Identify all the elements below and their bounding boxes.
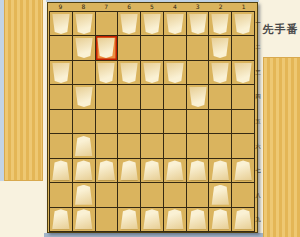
- file-label: 3: [186, 3, 209, 11]
- piece-gote-桂馬-81[interactable]: 桂馬: [75, 14, 93, 34]
- page: { "game": "shogi", "status": { "turn_lab…: [0, 0, 300, 237]
- square-9-5[interactable]: [50, 110, 72, 133]
- square-6-6[interactable]: [118, 134, 140, 157]
- piece-kanji: 王将: [147, 14, 156, 15]
- square-3-6[interactable]: [187, 134, 209, 157]
- square-9-6[interactable]: [50, 134, 72, 157]
- piece-sente-歩兵-57[interactable]: 歩兵: [143, 160, 161, 180]
- piece-sente-歩兵-97[interactable]: 歩兵: [52, 160, 70, 180]
- piece-gote-歩兵-23[interactable]: 歩兵: [211, 63, 229, 83]
- piece-kanji: 歩兵: [147, 179, 156, 180]
- piece-kanji: 桂馬: [216, 228, 225, 229]
- piece-sente-歩兵-27[interactable]: 歩兵: [211, 160, 229, 180]
- piece-sente-銀将-39[interactable]: 銀将: [189, 209, 207, 229]
- square-4-3[interactable]: 歩兵: [164, 61, 186, 84]
- square-1-6[interactable]: [232, 134, 254, 157]
- rank-label: 一: [254, 11, 262, 36]
- piece-kanji: 歩兵: [216, 179, 225, 180]
- square-3-4[interactable]: 歩兵: [187, 85, 209, 108]
- piece-kanji: 銀将: [79, 179, 88, 180]
- square-3-3[interactable]: [187, 61, 209, 84]
- piece-sente-飛車-28[interactable]: 飛車: [211, 185, 229, 205]
- square-8-5[interactable]: [73, 110, 95, 133]
- square-8-1[interactable]: 桂馬: [73, 12, 95, 35]
- piece-kanji: 歩兵: [125, 63, 134, 64]
- square-2-4[interactable]: [209, 85, 231, 108]
- piece-gote-歩兵-93[interactable]: 歩兵: [52, 63, 70, 83]
- square-1-9[interactable]: 香車: [232, 208, 254, 231]
- square-7-9[interactable]: [96, 208, 118, 231]
- piece-gote-銀将-72[interactable]: 銀将: [97, 38, 115, 58]
- piece-gote-歩兵-63[interactable]: 歩兵: [120, 63, 138, 83]
- square-3-8[interactable]: [187, 183, 209, 206]
- piece-sente-香車-99[interactable]: 香車: [52, 209, 70, 229]
- piece-gote-歩兵-73[interactable]: 歩兵: [97, 63, 115, 83]
- square-1-5[interactable]: [232, 110, 254, 133]
- square-7-1[interactable]: [96, 12, 118, 35]
- piece-sente-桂馬-29[interactable]: 桂馬: [211, 209, 229, 229]
- square-2-9[interactable]: 桂馬: [209, 208, 231, 231]
- piece-gote-香車-11[interactable]: 香車: [234, 14, 252, 34]
- square-5-8[interactable]: [141, 183, 163, 206]
- square-1-4[interactable]: [232, 85, 254, 108]
- square-2-1[interactable]: 桂馬: [209, 12, 231, 35]
- rank-label: 三: [254, 60, 262, 85]
- piece-kanji: 歩兵: [79, 155, 88, 156]
- square-4-1[interactable]: 金将: [164, 12, 186, 35]
- square-9-8[interactable]: [50, 183, 72, 206]
- square-4-4[interactable]: [164, 85, 186, 108]
- rank-labels: 一二三四五六七八九: [254, 11, 262, 232]
- piece-kanji: 歩兵: [239, 63, 248, 64]
- square-6-1[interactable]: 金将: [118, 12, 140, 35]
- piece-kanji: 銀将: [193, 14, 202, 15]
- square-6-4[interactable]: [118, 85, 140, 108]
- piece-sente-角行-88[interactable]: 角行: [75, 185, 93, 205]
- piece-sente-玉将-59[interactable]: 玉将: [143, 209, 161, 229]
- square-4-6[interactable]: [164, 134, 186, 157]
- shogi-board: 987654321 一二三四五六七八九 香車桂馬金将王将金将銀将桂馬香車飛車銀将…: [47, 2, 258, 233]
- square-4-5[interactable]: [164, 110, 186, 133]
- board-grid: 香車桂馬金将王将金将銀将桂馬香車飛車銀将角行歩兵歩兵歩兵歩兵歩兵歩兵歩兵歩兵歩兵…: [49, 11, 255, 232]
- piece-kanji: 歩兵: [125, 179, 134, 180]
- piece-kanji: 玉将: [147, 228, 156, 229]
- piece-kanji: 角行: [79, 204, 88, 205]
- piece-kanji: 歩兵: [102, 63, 111, 64]
- square-1-8[interactable]: [232, 183, 254, 206]
- square-9-4[interactable]: [50, 85, 72, 108]
- piece-kanji: 飛車: [79, 38, 88, 39]
- piece-kanji: 金将: [125, 228, 134, 229]
- square-8-7[interactable]: 銀将: [73, 159, 95, 182]
- square-5-1[interactable]: 王将: [141, 12, 163, 35]
- piece-sente-金将-69[interactable]: 金将: [120, 209, 138, 229]
- piece-gote-歩兵-53[interactable]: 歩兵: [143, 63, 161, 83]
- piece-kanji: 銀将: [102, 38, 111, 39]
- square-2-2[interactable]: 角行: [209, 36, 231, 59]
- file-label: 2: [209, 3, 232, 11]
- piece-kanji: 歩兵: [147, 63, 156, 64]
- rank-label: 五: [254, 109, 262, 134]
- file-label: 1: [232, 3, 255, 11]
- square-1-2[interactable]: [232, 36, 254, 59]
- square-1-7[interactable]: 歩兵: [232, 159, 254, 182]
- sente-piece-stand: [263, 57, 300, 237]
- piece-kanji: 歩兵: [56, 179, 65, 180]
- file-label: 8: [72, 3, 95, 11]
- piece-sente-桂馬-89[interactable]: 桂馬: [75, 209, 93, 229]
- piece-sente-歩兵-86[interactable]: 歩兵: [75, 136, 93, 156]
- square-8-6[interactable]: 歩兵: [73, 134, 95, 157]
- piece-kanji: 歩兵: [102, 179, 111, 180]
- square-6-7[interactable]: 歩兵: [118, 159, 140, 182]
- piece-sente-香車-19[interactable]: 香車: [234, 209, 252, 229]
- piece-kanji: 桂馬: [79, 228, 88, 229]
- rank-label: 二: [254, 36, 262, 61]
- piece-gote-香車-91[interactable]: 香車: [52, 14, 70, 34]
- square-5-6[interactable]: [141, 134, 163, 157]
- square-9-2[interactable]: [50, 36, 72, 59]
- piece-kanji: 香車: [239, 228, 248, 229]
- piece-kanji: 角行: [216, 38, 225, 39]
- piece-sente-銀将-87[interactable]: 銀将: [75, 160, 93, 180]
- piece-gote-桂馬-21[interactable]: 桂馬: [211, 14, 229, 34]
- square-2-6[interactable]: [209, 134, 231, 157]
- square-3-1[interactable]: 銀将: [187, 12, 209, 35]
- piece-gote-金将-61[interactable]: 金将: [120, 14, 138, 34]
- square-2-7[interactable]: 歩兵: [209, 159, 231, 182]
- rank-label: 六: [254, 134, 262, 159]
- square-8-2[interactable]: 飛車: [73, 36, 95, 59]
- square-4-9[interactable]: 金将: [164, 208, 186, 231]
- square-8-3[interactable]: [73, 61, 95, 84]
- square-4-8[interactable]: [164, 183, 186, 206]
- piece-gote-歩兵-43[interactable]: 歩兵: [166, 63, 184, 83]
- square-8-8[interactable]: 角行: [73, 183, 95, 206]
- piece-kanji: 飛車: [216, 204, 225, 205]
- square-9-1[interactable]: 香車: [50, 12, 72, 35]
- piece-sente-歩兵-17[interactable]: 歩兵: [234, 160, 252, 180]
- rank-label: 九: [254, 207, 262, 232]
- square-8-4[interactable]: 歩兵: [73, 85, 95, 108]
- piece-sente-歩兵-47[interactable]: 歩兵: [166, 160, 184, 180]
- square-3-7[interactable]: 歩兵: [187, 159, 209, 182]
- square-4-7[interactable]: 歩兵: [164, 159, 186, 182]
- square-6-8[interactable]: [118, 183, 140, 206]
- square-7-6[interactable]: [96, 134, 118, 157]
- piece-kanji: 桂馬: [216, 14, 225, 15]
- square-3-5[interactable]: [187, 110, 209, 133]
- square-6-3[interactable]: 歩兵: [118, 61, 140, 84]
- square-3-9[interactable]: 銀将: [187, 208, 209, 231]
- file-label: 9: [49, 3, 72, 11]
- square-5-9[interactable]: 玉将: [141, 208, 163, 231]
- file-label: 7: [95, 3, 118, 11]
- square-7-4[interactable]: [96, 85, 118, 108]
- piece-kanji: 金将: [170, 14, 179, 15]
- piece-kanji: 金将: [170, 228, 179, 229]
- piece-kanji: 香車: [239, 14, 248, 15]
- piece-sente-歩兵-37[interactable]: 歩兵: [189, 160, 207, 180]
- piece-gote-角行-22[interactable]: 角行: [211, 38, 229, 58]
- piece-kanji: 歩兵: [170, 63, 179, 64]
- file-labels: 987654321: [49, 3, 255, 11]
- square-4-2[interactable]: [164, 36, 186, 59]
- rank-label: 七: [254, 158, 262, 183]
- piece-gote-歩兵-84[interactable]: 歩兵: [75, 87, 93, 107]
- piece-sente-金将-49[interactable]: 金将: [166, 209, 184, 229]
- square-1-3[interactable]: 歩兵: [232, 61, 254, 84]
- piece-kanji: 歩兵: [193, 87, 202, 88]
- piece-gote-銀将-31[interactable]: 銀将: [189, 14, 207, 34]
- piece-sente-歩兵-77[interactable]: 歩兵: [97, 160, 115, 180]
- piece-kanji: 歩兵: [216, 63, 225, 64]
- piece-kanji: 歩兵: [193, 179, 202, 180]
- square-7-8[interactable]: [96, 183, 118, 206]
- square-6-2[interactable]: [118, 36, 140, 59]
- piece-kanji: 金将: [125, 14, 134, 15]
- square-1-1[interactable]: 香車: [232, 12, 254, 35]
- square-2-5[interactable]: [209, 110, 231, 133]
- piece-gote-王将-51[interactable]: 王将: [143, 14, 161, 34]
- square-7-5[interactable]: [96, 110, 118, 133]
- square-5-3[interactable]: 歩兵: [141, 61, 163, 84]
- piece-gote-歩兵-34[interactable]: 歩兵: [189, 87, 207, 107]
- square-8-9[interactable]: 桂馬: [73, 208, 95, 231]
- piece-kanji: 歩兵: [79, 87, 88, 88]
- piece-kanji: 香車: [56, 228, 65, 229]
- rank-label: 四: [254, 85, 262, 110]
- board-shadow-strip: [44, 233, 263, 237]
- gote-piece-stand: [4, 0, 43, 181]
- piece-gote-歩兵-13[interactable]: 歩兵: [234, 63, 252, 83]
- square-5-4[interactable]: [141, 85, 163, 108]
- piece-gote-飛車-82[interactable]: 飛車: [75, 38, 93, 58]
- square-7-3[interactable]: 歩兵: [96, 61, 118, 84]
- square-6-5[interactable]: [118, 110, 140, 133]
- square-6-9[interactable]: 金将: [118, 208, 140, 231]
- turn-indicator: 先手番: [261, 22, 300, 37]
- square-3-2[interactable]: [187, 36, 209, 59]
- square-2-8[interactable]: 飛車: [209, 183, 231, 206]
- square-5-2[interactable]: [141, 36, 163, 59]
- piece-kanji: 歩兵: [170, 179, 179, 180]
- square-9-3[interactable]: 歩兵: [50, 61, 72, 84]
- file-label: 5: [141, 3, 164, 11]
- square-7-7[interactable]: 歩兵: [96, 159, 118, 182]
- square-9-9[interactable]: 香車: [50, 208, 72, 231]
- piece-kanji: 歩兵: [56, 63, 65, 64]
- piece-kanji: 桂馬: [79, 14, 88, 15]
- square-9-7[interactable]: 歩兵: [50, 159, 72, 182]
- piece-kanji: 香車: [56, 14, 65, 15]
- piece-kanji: 歩兵: [239, 179, 248, 180]
- file-label: 6: [118, 3, 141, 11]
- piece-gote-金将-41[interactable]: 金将: [166, 14, 184, 34]
- piece-kanji: 銀将: [193, 228, 202, 229]
- square-5-7[interactable]: 歩兵: [141, 159, 163, 182]
- piece-sente-歩兵-67[interactable]: 歩兵: [120, 160, 138, 180]
- square-7-2[interactable]: 銀将: [96, 36, 118, 59]
- file-label: 4: [163, 3, 186, 11]
- square-5-5[interactable]: [141, 110, 163, 133]
- rank-label: 八: [254, 183, 262, 208]
- square-2-3[interactable]: 歩兵: [209, 61, 231, 84]
